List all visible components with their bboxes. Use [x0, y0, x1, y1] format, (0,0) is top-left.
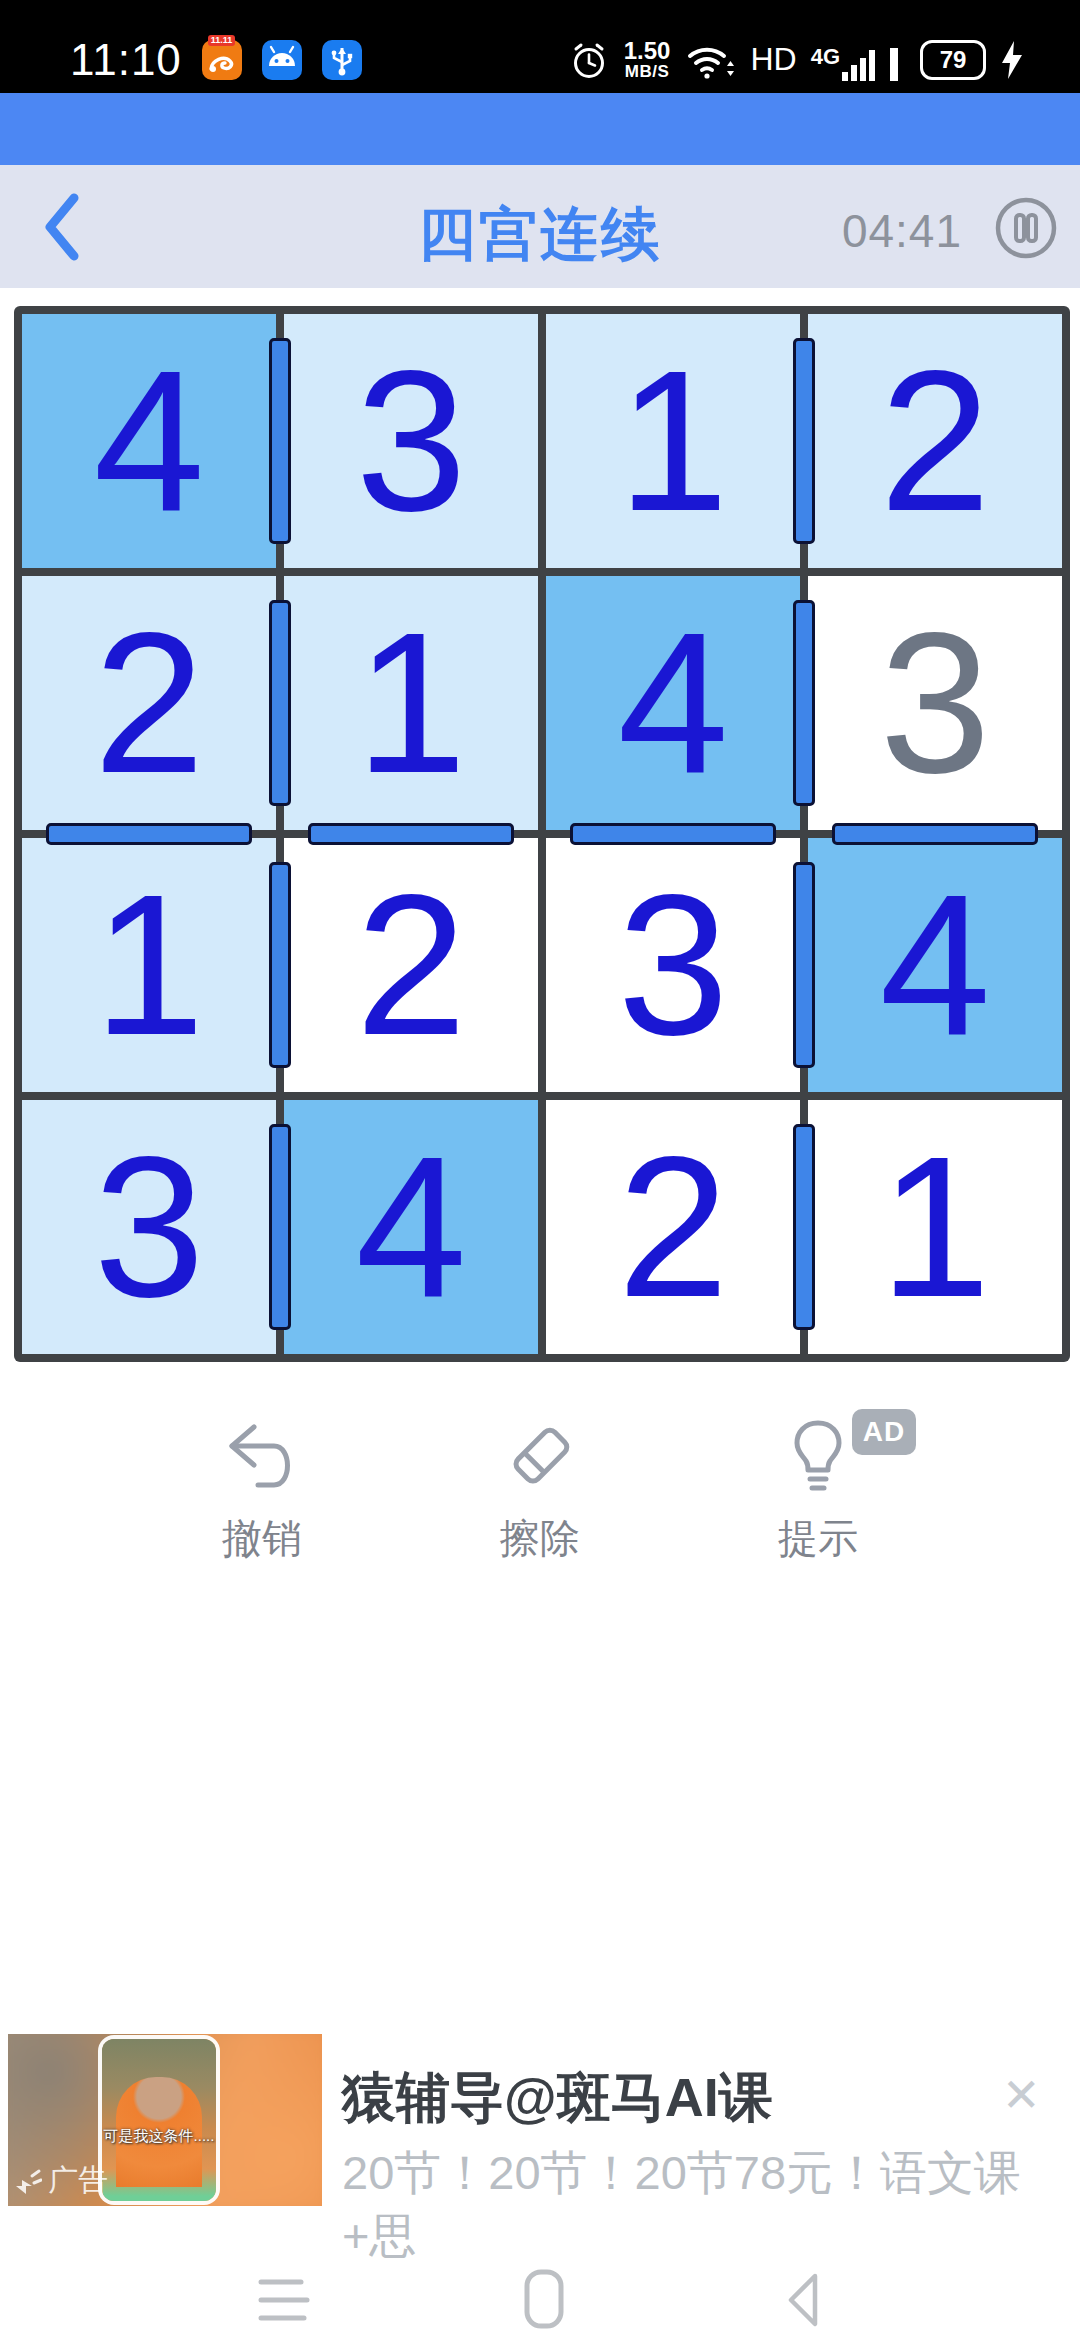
sound-wave-icon: [12, 2168, 42, 2194]
consecutive-bar-h-r1-c3: [832, 823, 1038, 845]
cell-r1c3[interactable]: 3: [808, 576, 1062, 830]
ad-label-text: 广告: [48, 2160, 108, 2201]
signal-sim1: 4G: [811, 38, 876, 82]
charging-bolt-icon: [1000, 39, 1024, 81]
lightbulb-icon: [774, 1415, 862, 1497]
battery-icon: 79: [920, 40, 986, 80]
consecutive-bar-v-r0-c0: [269, 338, 291, 544]
network-type-label: 4G: [811, 46, 840, 68]
status-bar-right: 1.50 MB/S HD 4G: [568, 38, 1024, 82]
banner-strip: [0, 93, 1080, 165]
cell-r3c0[interactable]: 3: [22, 1100, 276, 1354]
ad-title[interactable]: 猿辅导@斑马AI课: [342, 2062, 773, 2135]
network-speed-value: 1.50: [624, 39, 671, 63]
network-speed-unit: MB/S: [625, 63, 670, 80]
consecutive-bar-v-r1-c0: [269, 600, 291, 806]
ad-video-frame: 可是我这条件.....: [102, 2039, 216, 2201]
cell-r3c1[interactable]: 4: [284, 1100, 538, 1354]
alarm-icon: [568, 38, 610, 82]
board: 4312214312343421: [14, 306, 1070, 1362]
game-timer: 04:41: [842, 204, 962, 258]
uc-badge: 11.11: [208, 35, 236, 46]
consecutive-bar-h-r1-c1: [308, 823, 514, 845]
hint-label: 提示: [718, 1511, 918, 1566]
clock-time: 11:10: [70, 35, 182, 85]
usb-icon: [322, 40, 362, 80]
cell-r0c2[interactable]: 1: [546, 314, 800, 568]
erase-button[interactable]: 擦除: [440, 1415, 640, 1566]
usb-trident-glyph: [322, 40, 362, 80]
cell-r0c0[interactable]: 4: [22, 314, 276, 568]
consecutive-bar-v-r0-c2: [793, 338, 815, 544]
android-robot-glyph: [262, 40, 302, 80]
signal-bars-icon: [842, 38, 876, 82]
cell-r1c1[interactable]: 1: [284, 576, 538, 830]
pause-icon: [994, 196, 1058, 260]
cell-r0c1[interactable]: 3: [284, 314, 538, 568]
network-speed: 1.50 MB/S: [624, 39, 671, 80]
hd-label: HD: [750, 41, 796, 78]
status-bar: 11:10 11.11: [0, 0, 1080, 93]
hint-button[interactable]: AD 提示: [718, 1415, 918, 1566]
cell-r1c0[interactable]: 2: [22, 576, 276, 830]
squirrel-glyph: [202, 40, 242, 80]
undo-arrow-icon: [218, 1415, 306, 1497]
consecutive-bar-v-r2-c2: [793, 862, 815, 1068]
back-triangle-icon: [783, 2270, 821, 2330]
nav-menu-button[interactable]: [255, 2272, 311, 2334]
cell-r1c2[interactable]: 4: [546, 576, 800, 830]
pause-button[interactable]: [994, 196, 1058, 260]
cell-r2c1[interactable]: 2: [284, 838, 538, 1092]
ad-badge: AD: [852, 1409, 916, 1455]
consecutive-bar-h-r1-c0: [46, 823, 252, 845]
consecutive-bar-v-r1-c2: [793, 600, 815, 806]
consecutive-bar-v-r3-c0: [269, 1124, 291, 1330]
home-icon: [523, 2268, 567, 2330]
menu-icon: [255, 2272, 311, 2330]
status-bar-left: 11:10 11.11: [70, 35, 362, 85]
cell-r2c0[interactable]: 1: [22, 838, 276, 1092]
nav-home-button[interactable]: [523, 2268, 567, 2334]
screen: 11:10 11.11: [0, 0, 1080, 2340]
android-icon: [262, 40, 302, 80]
uc-browser-icon: 11.11: [202, 40, 242, 80]
ad-video-caption: 可是我这条件.....: [102, 2127, 216, 2146]
consecutive-bar-v-r3-c2: [793, 1124, 815, 1330]
consecutive-bar-h-r1-c2: [570, 823, 776, 845]
cell-r0c3[interactable]: 2: [808, 314, 1062, 568]
erase-label: 擦除: [440, 1511, 640, 1566]
undo-label: 撤销: [162, 1511, 362, 1566]
ad-close-button[interactable]: ✕: [1002, 2068, 1041, 2122]
cell-r3c3[interactable]: 1: [808, 1100, 1062, 1354]
signal-bar-sim2-icon: [890, 38, 906, 82]
ad-subtitle[interactable]: 20节！20节！20节78元！语文课+思: [342, 2142, 1080, 2268]
cell-r2c2[interactable]: 3: [546, 838, 800, 1092]
wifi-icon: [684, 38, 736, 82]
eraser-icon: [496, 1415, 584, 1497]
ad-label: 广告: [12, 2160, 108, 2201]
consecutive-bar-v-r2-c0: [269, 862, 291, 1068]
undo-button[interactable]: 撤销: [162, 1415, 362, 1566]
cell-r3c2[interactable]: 2: [546, 1100, 800, 1354]
nav-back-button[interactable]: [783, 2270, 821, 2334]
cell-r2c3[interactable]: 4: [808, 838, 1062, 1092]
